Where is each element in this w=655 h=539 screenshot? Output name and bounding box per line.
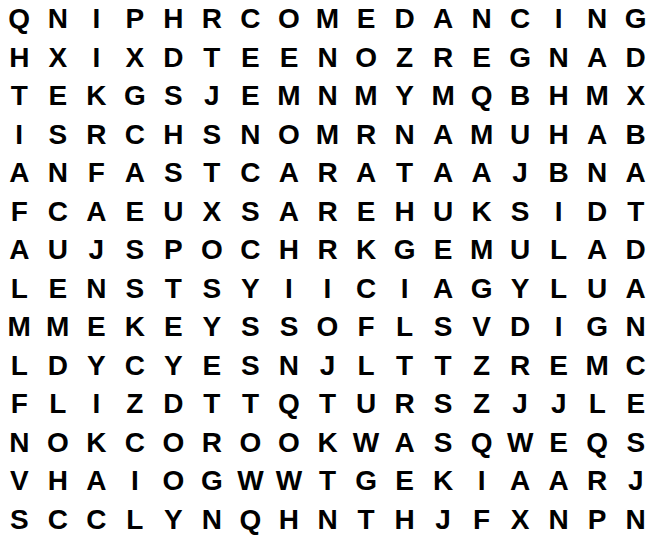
grid-cell-r13c4[interactable]: I [116, 462, 155, 501]
grid-cell-r3c10[interactable]: M [347, 77, 386, 116]
grid-cell-r9c7[interactable]: S [231, 308, 270, 347]
grid-cell-r12c6[interactable]: R [193, 424, 232, 463]
grid-cell-r9c4[interactable]: K [116, 308, 155, 347]
grid-cell-r2c12[interactable]: R [424, 39, 463, 78]
grid-cell-r2c3[interactable]: I [77, 39, 116, 78]
grid-cell-r8c1[interactable]: L [0, 270, 39, 309]
grid-cell-r5c13[interactable]: A [462, 154, 501, 193]
grid-cell-r1c9[interactable]: M [308, 0, 347, 39]
grid-cell-r8c4[interactable]: S [116, 270, 155, 309]
grid-cell-r13c7[interactable]: W [231, 462, 270, 501]
grid-cell-r14c3[interactable]: C [77, 501, 116, 539]
grid-cell-r2c16[interactable]: A [578, 39, 617, 78]
grid-cell-r13c9[interactable]: T [308, 462, 347, 501]
grid-cell-r7c13[interactable]: M [462, 231, 501, 270]
grid-cell-r7c9[interactable]: R [308, 231, 347, 270]
word-search-grid: QNIPHRCOMEDANCINGHXIXDTEENOZREGNADTEKGSJ… [0, 0, 655, 539]
grid-cell-r3c12[interactable]: M [424, 77, 463, 116]
grid-cell-r8c10[interactable]: C [347, 270, 386, 309]
grid-cell-r11c8[interactable]: Q [270, 385, 309, 424]
grid-cell-r10c3[interactable]: Y [77, 347, 116, 386]
grid-cell-r13c2[interactable]: H [39, 462, 78, 501]
grid-cell-r11c2[interactable]: L [39, 385, 78, 424]
grid-cell-r12c17[interactable]: S [616, 424, 655, 463]
grid-cell-r2c14[interactable]: G [501, 39, 540, 78]
grid-cell-r4c7[interactable]: N [231, 116, 270, 155]
grid-cell-r8c16[interactable]: U [578, 270, 617, 309]
grid-cell-r9c1[interactable]: M [0, 308, 39, 347]
grid-cell-r3c14[interactable]: B [501, 77, 540, 116]
grid-cell-r12c1[interactable]: N [0, 424, 39, 463]
grid-cell-r13c13[interactable]: I [462, 462, 501, 501]
grid-cell-r7c12[interactable]: E [424, 231, 463, 270]
grid-cell-r6c17[interactable]: T [616, 193, 655, 232]
grid-cell-r5c8[interactable]: A [270, 154, 309, 193]
grid-cell-r4c10[interactable]: R [347, 116, 386, 155]
grid-cell-r8c14[interactable]: Y [501, 270, 540, 309]
grid-cell-r5c11[interactable]: T [385, 154, 424, 193]
grid-cell-r11c14[interactable]: J [501, 385, 540, 424]
grid-cell-r14c12[interactable]: J [424, 501, 463, 539]
grid-cell-r11c1[interactable]: F [0, 385, 39, 424]
grid-cell-r6c8[interactable]: A [270, 193, 309, 232]
grid-cell-r8c12[interactable]: A [424, 270, 463, 309]
grid-cell-r7c16[interactable]: A [578, 231, 617, 270]
grid-cell-r12c9[interactable]: K [308, 424, 347, 463]
grid-cell-r5c2[interactable]: N [39, 154, 78, 193]
grid-cell-r8c8[interactable]: I [270, 270, 309, 309]
grid-cell-r7c8[interactable]: H [270, 231, 309, 270]
grid-cell-r12c16[interactable]: Q [578, 424, 617, 463]
grid-cell-r10c13[interactable]: Z [462, 347, 501, 386]
grid-cell-r7c3[interactable]: J [77, 231, 116, 270]
grid-cell-r14c4[interactable]: L [116, 501, 155, 539]
grid-cell-r8c7[interactable]: Y [231, 270, 270, 309]
grid-cell-r12c3[interactable]: K [77, 424, 116, 463]
grid-cell-r9c16[interactable]: G [578, 308, 617, 347]
grid-cell-r14c15[interactable]: N [539, 501, 578, 539]
grid-cell-r9c11[interactable]: L [385, 308, 424, 347]
grid-cell-r8c17[interactable]: A [616, 270, 655, 309]
grid-cell-r10c14[interactable]: R [501, 347, 540, 386]
grid-cell-r12c15[interactable]: E [539, 424, 578, 463]
grid-cell-r8c5[interactable]: T [154, 270, 193, 309]
grid-cell-r12c8[interactable]: O [270, 424, 309, 463]
grid-cell-r10c16[interactable]: M [578, 347, 617, 386]
grid-cell-r12c5[interactable]: O [154, 424, 193, 463]
grid-cell-r9c14[interactable]: D [501, 308, 540, 347]
grid-cell-r8c15[interactable]: L [539, 270, 578, 309]
grid-cell-r2c13[interactable]: E [462, 39, 501, 78]
grid-cell-r3c8[interactable]: M [270, 77, 309, 116]
grid-cell-r14c9[interactable]: N [308, 501, 347, 539]
grid-cell-r3c9[interactable]: N [308, 77, 347, 116]
grid-cell-r6c5[interactable]: U [154, 193, 193, 232]
grid-cell-r6c12[interactable]: U [424, 193, 463, 232]
grid-cell-r10c6[interactable]: E [193, 347, 232, 386]
grid-cell-r13c10[interactable]: G [347, 462, 386, 501]
grid-cell-r12c14[interactable]: W [501, 424, 540, 463]
grid-cell-r9c12[interactable]: S [424, 308, 463, 347]
grid-cell-r12c10[interactable]: W [347, 424, 386, 463]
grid-cell-r11c9[interactable]: T [308, 385, 347, 424]
grid-cell-r10c15[interactable]: E [539, 347, 578, 386]
grid-cell-r6c13[interactable]: K [462, 193, 501, 232]
grid-cell-r6c7[interactable]: S [231, 193, 270, 232]
grid-cell-r2c15[interactable]: N [539, 39, 578, 78]
grid-cell-r1c15[interactable]: I [539, 0, 578, 39]
grid-cell-r4c3[interactable]: R [77, 116, 116, 155]
grid-cell-r5c7[interactable]: C [231, 154, 270, 193]
grid-cell-r7c10[interactable]: K [347, 231, 386, 270]
grid-cell-r7c5[interactable]: P [154, 231, 193, 270]
grid-cell-r13c3[interactable]: A [77, 462, 116, 501]
grid-cell-r8c6[interactable]: S [193, 270, 232, 309]
grid-cell-r2c11[interactable]: Z [385, 39, 424, 78]
grid-cell-r2c4[interactable]: X [116, 39, 155, 78]
grid-cell-r12c4[interactable]: C [116, 424, 155, 463]
grid-cell-r13c14[interactable]: A [501, 462, 540, 501]
grid-cell-r6c14[interactable]: S [501, 193, 540, 232]
grid-cell-r5c6[interactable]: T [193, 154, 232, 193]
grid-cell-r5c17[interactable]: A [616, 154, 655, 193]
grid-cell-r4c17[interactable]: B [616, 116, 655, 155]
grid-cell-r2c8[interactable]: E [270, 39, 309, 78]
grid-cell-r2c9[interactable]: N [308, 39, 347, 78]
grid-cell-r1c16[interactable]: N [578, 0, 617, 39]
grid-cell-r10c8[interactable]: N [270, 347, 309, 386]
grid-cell-r2c6[interactable]: T [193, 39, 232, 78]
grid-cell-r1c5[interactable]: H [154, 0, 193, 39]
grid-cell-r9c3[interactable]: E [77, 308, 116, 347]
grid-cell-r4c8[interactable]: O [270, 116, 309, 155]
grid-cell-r4c15[interactable]: H [539, 116, 578, 155]
grid-cell-r6c1[interactable]: F [0, 193, 39, 232]
grid-cell-r7c14[interactable]: U [501, 231, 540, 270]
grid-cell-r10c17[interactable]: C [616, 347, 655, 386]
grid-cell-r2c2[interactable]: X [39, 39, 78, 78]
grid-cell-r10c9[interactable]: J [308, 347, 347, 386]
grid-cell-r1c7[interactable]: C [231, 0, 270, 39]
grid-cell-r3c16[interactable]: M [578, 77, 617, 116]
grid-cell-r1c8[interactable]: O [270, 0, 309, 39]
grid-cell-r13c8[interactable]: W [270, 462, 309, 501]
grid-cell-r2c10[interactable]: O [347, 39, 386, 78]
grid-cell-r9c13[interactable]: V [462, 308, 501, 347]
grid-cell-r5c16[interactable]: N [578, 154, 617, 193]
grid-cell-r13c5[interactable]: O [154, 462, 193, 501]
grid-cell-r10c7[interactable]: S [231, 347, 270, 386]
grid-cell-r11c11[interactable]: R [385, 385, 424, 424]
grid-cell-r14c8[interactable]: H [270, 501, 309, 539]
grid-cell-r13c11[interactable]: E [385, 462, 424, 501]
grid-cell-r8c2[interactable]: E [39, 270, 78, 309]
grid-cell-r11c17[interactable]: E [616, 385, 655, 424]
grid-cell-r8c13[interactable]: G [462, 270, 501, 309]
grid-cell-r6c16[interactable]: D [578, 193, 617, 232]
grid-cell-r10c2[interactable]: D [39, 347, 78, 386]
grid-cell-r9c6[interactable]: Y [193, 308, 232, 347]
grid-cell-r6c4[interactable]: E [116, 193, 155, 232]
grid-cell-r10c4[interactable]: C [116, 347, 155, 386]
grid-cell-r3c2[interactable]: E [39, 77, 78, 116]
grid-cell-r10c11[interactable]: T [385, 347, 424, 386]
grid-cell-r5c15[interactable]: B [539, 154, 578, 193]
grid-cell-r6c10[interactable]: E [347, 193, 386, 232]
grid-cell-r8c9[interactable]: I [308, 270, 347, 309]
grid-cell-r4c16[interactable]: A [578, 116, 617, 155]
grid-cell-r3c17[interactable]: X [616, 77, 655, 116]
grid-cell-r9c2[interactable]: M [39, 308, 78, 347]
grid-cell-r11c6[interactable]: T [193, 385, 232, 424]
grid-cell-r11c10[interactable]: U [347, 385, 386, 424]
grid-cell-r9c9[interactable]: O [308, 308, 347, 347]
grid-cell-r6c15[interactable]: I [539, 193, 578, 232]
grid-cell-r9c15[interactable]: I [539, 308, 578, 347]
grid-cell-r11c4[interactable]: Z [116, 385, 155, 424]
grid-cell-r11c5[interactable]: D [154, 385, 193, 424]
grid-cell-r13c1[interactable]: V [0, 462, 39, 501]
grid-cell-r2c7[interactable]: E [231, 39, 270, 78]
grid-cell-r9c17[interactable]: N [616, 308, 655, 347]
grid-cell-r10c10[interactable]: L [347, 347, 386, 386]
grid-cell-r7c4[interactable]: S [116, 231, 155, 270]
grid-cell-r1c12[interactable]: A [424, 0, 463, 39]
grid-cell-r4c9[interactable]: M [308, 116, 347, 155]
grid-cell-r1c1[interactable]: Q [0, 0, 39, 39]
grid-cell-r14c6[interactable]: N [193, 501, 232, 539]
grid-cell-r7c7[interactable]: C [231, 231, 270, 270]
grid-cell-r7c15[interactable]: L [539, 231, 578, 270]
grid-cell-r12c11[interactable]: A [385, 424, 424, 463]
grid-cell-r2c17[interactable]: D [616, 39, 655, 78]
grid-cell-r14c2[interactable]: C [39, 501, 78, 539]
grid-cell-r3c1[interactable]: T [0, 77, 39, 116]
grid-cell-r3c6[interactable]: J [193, 77, 232, 116]
grid-cell-r11c7[interactable]: T [231, 385, 270, 424]
grid-cell-r1c2[interactable]: N [39, 0, 78, 39]
grid-cell-r10c12[interactable]: T [424, 347, 463, 386]
grid-cell-r12c2[interactable]: O [39, 424, 78, 463]
grid-cell-r3c7[interactable]: E [231, 77, 270, 116]
grid-cell-r7c11[interactable]: G [385, 231, 424, 270]
grid-cell-r1c3[interactable]: I [77, 0, 116, 39]
grid-cell-r5c5[interactable]: S [154, 154, 193, 193]
grid-cell-r3c15[interactable]: H [539, 77, 578, 116]
grid-cell-r11c13[interactable]: Z [462, 385, 501, 424]
grid-cell-r7c1[interactable]: A [0, 231, 39, 270]
grid-cell-r7c2[interactable]: U [39, 231, 78, 270]
grid-cell-r6c3[interactable]: A [77, 193, 116, 232]
grid-cell-r14c11[interactable]: H [385, 501, 424, 539]
grid-cell-r1c4[interactable]: P [116, 0, 155, 39]
grid-cell-r14c5[interactable]: Y [154, 501, 193, 539]
grid-cell-r14c17[interactable]: N [616, 501, 655, 539]
grid-cell-r11c12[interactable]: S [424, 385, 463, 424]
grid-cell-r4c1[interactable]: I [0, 116, 39, 155]
grid-cell-r8c11[interactable]: I [385, 270, 424, 309]
grid-cell-r2c5[interactable]: D [154, 39, 193, 78]
grid-cell-r14c7[interactable]: Q [231, 501, 270, 539]
grid-cell-r3c5[interactable]: S [154, 77, 193, 116]
grid-cell-r6c6[interactable]: X [193, 193, 232, 232]
grid-cell-r2c1[interactable]: H [0, 39, 39, 78]
grid-cell-r5c10[interactable]: A [347, 154, 386, 193]
grid-cell-r4c13[interactable]: M [462, 116, 501, 155]
grid-cell-r5c14[interactable]: J [501, 154, 540, 193]
grid-cell-r14c14[interactable]: X [501, 501, 540, 539]
grid-cell-r1c6[interactable]: R [193, 0, 232, 39]
grid-cell-r5c9[interactable]: R [308, 154, 347, 193]
grid-cell-r14c1[interactable]: S [0, 501, 39, 539]
grid-cell-r1c14[interactable]: C [501, 0, 540, 39]
grid-cell-r10c1[interactable]: L [0, 347, 39, 386]
grid-cell-r1c17[interactable]: G [616, 0, 655, 39]
grid-cell-r3c11[interactable]: Y [385, 77, 424, 116]
grid-cell-r11c16[interactable]: L [578, 385, 617, 424]
grid-cell-r13c12[interactable]: K [424, 462, 463, 501]
grid-cell-r5c4[interactable]: A [116, 154, 155, 193]
grid-cell-r5c12[interactable]: A [424, 154, 463, 193]
grid-cell-r4c2[interactable]: S [39, 116, 78, 155]
grid-cell-r11c15[interactable]: J [539, 385, 578, 424]
grid-cell-r7c6[interactable]: O [193, 231, 232, 270]
grid-cell-r4c12[interactable]: A [424, 116, 463, 155]
grid-cell-r4c14[interactable]: U [501, 116, 540, 155]
grid-cell-r4c5[interactable]: H [154, 116, 193, 155]
grid-cell-r10c5[interactable]: Y [154, 347, 193, 386]
grid-cell-r14c13[interactable]: F [462, 501, 501, 539]
grid-cell-r3c3[interactable]: K [77, 77, 116, 116]
grid-cell-r4c11[interactable]: N [385, 116, 424, 155]
grid-cell-r1c13[interactable]: N [462, 0, 501, 39]
grid-cell-r11c3[interactable]: I [77, 385, 116, 424]
grid-cell-r5c3[interactable]: F [77, 154, 116, 193]
grid-cell-r5c1[interactable]: A [0, 154, 39, 193]
grid-cell-r9c8[interactable]: S [270, 308, 309, 347]
grid-cell-r3c13[interactable]: Q [462, 77, 501, 116]
grid-cell-r12c13[interactable]: Q [462, 424, 501, 463]
grid-cell-r13c6[interactable]: G [193, 462, 232, 501]
grid-cell-r13c15[interactable]: A [539, 462, 578, 501]
grid-cell-r1c10[interactable]: E [347, 0, 386, 39]
grid-cell-r13c16[interactable]: R [578, 462, 617, 501]
grid-cell-r6c11[interactable]: H [385, 193, 424, 232]
grid-cell-r13c17[interactable]: J [616, 462, 655, 501]
grid-cell-r8c3[interactable]: N [77, 270, 116, 309]
grid-cell-r6c2[interactable]: C [39, 193, 78, 232]
grid-cell-r14c16[interactable]: P [578, 501, 617, 539]
grid-cell-r6c9[interactable]: R [308, 193, 347, 232]
grid-cell-r4c6[interactable]: S [193, 116, 232, 155]
grid-cell-r1c11[interactable]: D [385, 0, 424, 39]
grid-cell-r9c10[interactable]: F [347, 308, 386, 347]
grid-cell-r7c17[interactable]: D [616, 231, 655, 270]
grid-cell-r9c5[interactable]: E [154, 308, 193, 347]
grid-cell-r12c7[interactable]: O [231, 424, 270, 463]
grid-cell-r3c4[interactable]: G [116, 77, 155, 116]
grid-cell-r12c12[interactable]: S [424, 424, 463, 463]
grid-cell-r4c4[interactable]: C [116, 116, 155, 155]
grid-cell-r14c10[interactable]: T [347, 501, 386, 539]
